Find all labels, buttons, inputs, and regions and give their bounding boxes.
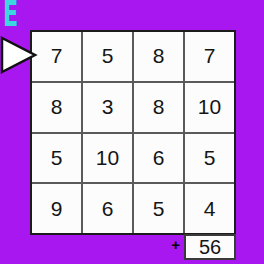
grid-cell[interactable]: 10 xyxy=(83,134,132,183)
grid-cell[interactable]: 8 xyxy=(134,32,183,81)
grid-cell[interactable]: 5 xyxy=(185,134,234,183)
game-stage: E 7 5 8 7 8 3 8 10 5 10 6 5 9 6 5 4 + 56 xyxy=(0,0,264,264)
grid-cell[interactable]: 10 xyxy=(185,83,234,132)
grid-cell[interactable]: 5 xyxy=(134,184,183,233)
grid-cell[interactable]: 3 xyxy=(83,83,132,132)
grid-cell[interactable]: 5 xyxy=(32,134,81,183)
sum-total-box: 56 xyxy=(184,234,236,260)
grid-cell[interactable]: 6 xyxy=(134,134,183,183)
grid-cell[interactable]: 4 xyxy=(185,184,234,233)
grid-cell[interactable]: 5 xyxy=(83,32,132,81)
row-pointer-arrow-icon xyxy=(0,34,40,76)
grid-cell[interactable]: 6 xyxy=(83,184,132,233)
grid-cell[interactable]: 7 xyxy=(185,32,234,81)
plus-operator: + xyxy=(156,236,180,253)
grid-cell[interactable]: 8 xyxy=(32,83,81,132)
level-label: E xyxy=(3,0,18,32)
grid-cell[interactable]: 9 xyxy=(32,184,81,233)
grid-cell[interactable]: 8 xyxy=(134,83,183,132)
number-grid: 7 5 8 7 8 3 8 10 5 10 6 5 9 6 5 4 xyxy=(30,30,236,235)
